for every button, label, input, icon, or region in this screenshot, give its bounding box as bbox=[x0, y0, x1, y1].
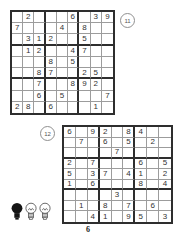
empty-cell[interactable] bbox=[68, 68, 79, 79]
given-digit-cell[interactable]: 1 bbox=[64, 180, 76, 191]
empty-cell[interactable] bbox=[102, 57, 113, 68]
puzzle-12-label: 12 bbox=[40, 126, 55, 141]
empty-cell[interactable] bbox=[76, 159, 88, 170]
given-digit-cell[interactable]: 2 bbox=[147, 138, 159, 149]
empty-cell[interactable] bbox=[23, 68, 34, 79]
empty-cell[interactable] bbox=[112, 169, 124, 180]
empty-cell[interactable] bbox=[159, 190, 171, 201]
empty-cell[interactable] bbox=[147, 190, 159, 201]
page-number: 6 bbox=[0, 225, 176, 234]
given-digit-cell[interactable]: 6 bbox=[34, 91, 45, 102]
empty-cell[interactable] bbox=[76, 127, 88, 138]
given-digit-cell[interactable]: 1 bbox=[100, 211, 112, 222]
empty-cell[interactable] bbox=[135, 201, 147, 212]
empty-cell[interactable] bbox=[102, 102, 113, 113]
empty-cell[interactable] bbox=[91, 23, 102, 34]
given-digit-cell[interactable]: 7 bbox=[112, 148, 124, 159]
given-digit-cell[interactable]: 7 bbox=[79, 46, 90, 57]
empty-cell[interactable] bbox=[91, 46, 102, 57]
empty-cell[interactable] bbox=[57, 68, 68, 79]
given-digit-cell[interactable]: 2 bbox=[34, 46, 45, 57]
given-digit-cell[interactable]: 8 bbox=[100, 201, 112, 212]
empty-cell[interactable] bbox=[34, 57, 45, 68]
empty-cell[interactable] bbox=[64, 138, 76, 149]
empty-cell[interactable] bbox=[79, 91, 90, 102]
empty-cell[interactable] bbox=[57, 34, 68, 45]
empty-cell[interactable] bbox=[46, 23, 57, 34]
difficulty-indicator bbox=[11, 202, 51, 221]
sudoku-grid-11: 26397483125124785872578926572861 bbox=[10, 10, 115, 115]
given-digit-cell[interactable]: 7 bbox=[34, 79, 45, 90]
given-digit-cell[interactable]: 2 bbox=[23, 12, 34, 23]
empty-cell[interactable] bbox=[57, 46, 68, 57]
given-digit-cell[interactable]: 7 bbox=[12, 23, 23, 34]
given-digit-cell[interactable]: 9 bbox=[79, 79, 90, 90]
empty-cell[interactable] bbox=[46, 91, 57, 102]
bulb-empty-icon bbox=[39, 202, 51, 221]
empty-cell[interactable] bbox=[112, 211, 124, 222]
empty-cell[interactable] bbox=[12, 12, 23, 23]
empty-cell[interactable] bbox=[135, 138, 147, 149]
empty-cell[interactable] bbox=[91, 57, 102, 68]
given-digit-cell[interactable]: 3 bbox=[112, 190, 124, 201]
empty-cell[interactable] bbox=[12, 34, 23, 45]
empty-cell[interactable] bbox=[123, 159, 135, 170]
given-digit-cell[interactable]: 5 bbox=[68, 57, 79, 68]
empty-cell[interactable] bbox=[46, 12, 57, 23]
empty-cell[interactable] bbox=[147, 127, 159, 138]
empty-cell[interactable] bbox=[34, 23, 45, 34]
empty-cell[interactable] bbox=[102, 23, 113, 34]
empty-cell[interactable] bbox=[76, 148, 88, 159]
empty-cell[interactable] bbox=[64, 201, 76, 212]
empty-cell[interactable] bbox=[159, 127, 171, 138]
given-digit-cell[interactable]: 6 bbox=[135, 159, 147, 170]
empty-cell[interactable] bbox=[23, 57, 34, 68]
empty-cell[interactable] bbox=[12, 79, 23, 90]
given-digit-cell[interactable]: 8 bbox=[34, 68, 45, 79]
given-digit-cell[interactable]: 8 bbox=[23, 102, 34, 113]
empty-cell[interactable] bbox=[23, 23, 34, 34]
given-digit-cell[interactable]: 5 bbox=[159, 159, 171, 170]
given-digit-cell[interactable]: 7 bbox=[46, 68, 57, 79]
puzzle-11-label: 11 bbox=[120, 13, 135, 28]
puzzle-12-label-text: 12 bbox=[44, 131, 51, 137]
given-digit-cell[interactable]: 1 bbox=[76, 201, 88, 212]
given-digit-cell[interactable]: 2 bbox=[79, 68, 90, 79]
given-digit-cell[interactable]: 7 bbox=[102, 91, 113, 102]
empty-cell[interactable] bbox=[123, 180, 135, 191]
given-digit-cell[interactable]: 3 bbox=[159, 211, 171, 222]
empty-cell[interactable] bbox=[102, 68, 113, 79]
empty-cell[interactable] bbox=[159, 201, 171, 212]
empty-cell[interactable] bbox=[112, 127, 124, 138]
given-digit-cell[interactable]: 6 bbox=[64, 127, 76, 138]
given-digit-cell[interactable]: 8 bbox=[135, 180, 147, 191]
empty-cell[interactable] bbox=[147, 211, 159, 222]
empty-cell[interactable] bbox=[159, 138, 171, 149]
empty-cell[interactable] bbox=[147, 159, 159, 170]
empty-cell[interactable] bbox=[68, 102, 79, 113]
empty-cell[interactable] bbox=[12, 91, 23, 102]
empty-cell[interactable] bbox=[112, 180, 124, 191]
empty-cell[interactable] bbox=[79, 12, 90, 23]
empty-cell[interactable] bbox=[12, 57, 23, 68]
empty-cell[interactable] bbox=[57, 79, 68, 90]
empty-cell[interactable] bbox=[100, 190, 112, 201]
given-digit-cell[interactable]: 5 bbox=[57, 91, 68, 102]
empty-cell[interactable] bbox=[102, 79, 113, 90]
given-digit-cell[interactable]: 5 bbox=[123, 138, 135, 149]
empty-cell[interactable] bbox=[123, 148, 135, 159]
empty-cell[interactable] bbox=[64, 148, 76, 159]
sudoku-grid-12: 6928476527276553741216843187641953 bbox=[62, 125, 173, 224]
puzzle-book-page: 26397483125124785872578926572861 11 6928… bbox=[0, 0, 176, 250]
given-digit-cell[interactable]: 5 bbox=[91, 68, 102, 79]
empty-cell[interactable] bbox=[34, 12, 45, 23]
empty-cell[interactable] bbox=[91, 91, 102, 102]
empty-cell[interactable] bbox=[79, 57, 90, 68]
given-digit-cell[interactable]: 2 bbox=[12, 102, 23, 113]
given-digit-cell[interactable]: 4 bbox=[123, 169, 135, 180]
bulb-filled-icon bbox=[11, 202, 23, 221]
empty-cell[interactable] bbox=[76, 180, 88, 191]
given-digit-cell[interactable]: 2 bbox=[100, 127, 112, 138]
empty-cell[interactable] bbox=[23, 91, 34, 102]
given-digit-cell[interactable]: 6 bbox=[88, 180, 100, 191]
given-digit-cell[interactable]: 2 bbox=[64, 159, 76, 170]
given-digit-cell[interactable]: 8 bbox=[68, 79, 79, 90]
given-digit-cell[interactable]: 4 bbox=[68, 46, 79, 57]
given-digit-cell[interactable]: 6 bbox=[100, 138, 112, 149]
empty-cell[interactable] bbox=[100, 180, 112, 191]
given-digit-cell[interactable]: 3 bbox=[91, 12, 102, 23]
given-digit-cell[interactable]: 2 bbox=[91, 79, 102, 90]
bulb-empty-icon bbox=[25, 202, 37, 221]
given-digit-cell[interactable]: 4 bbox=[159, 180, 171, 191]
given-digit-cell[interactable]: 7 bbox=[76, 138, 88, 149]
empty-cell[interactable] bbox=[68, 91, 79, 102]
empty-cell[interactable] bbox=[112, 201, 124, 212]
empty-cell[interactable] bbox=[112, 159, 124, 170]
empty-cell[interactable] bbox=[159, 148, 171, 159]
given-digit-cell[interactable]: 4 bbox=[88, 211, 100, 222]
empty-cell[interactable] bbox=[88, 148, 100, 159]
empty-cell[interactable] bbox=[68, 23, 79, 34]
empty-cell[interactable] bbox=[147, 180, 159, 191]
given-digit-cell[interactable]: 1 bbox=[23, 46, 34, 57]
empty-cell[interactable] bbox=[102, 34, 113, 45]
empty-cell[interactable] bbox=[34, 102, 45, 113]
given-digit-cell[interactable]: 6 bbox=[147, 201, 159, 212]
empty-cell[interactable] bbox=[88, 190, 100, 201]
empty-cell[interactable] bbox=[57, 102, 68, 113]
given-digit-cell[interactable]: 9 bbox=[123, 211, 135, 222]
given-digit-cell[interactable]: 1 bbox=[34, 34, 45, 45]
given-digit-cell[interactable]: 9 bbox=[88, 127, 100, 138]
puzzle-11-label-text: 11 bbox=[124, 18, 130, 24]
empty-cell[interactable] bbox=[79, 102, 90, 113]
given-digit-cell[interactable]: 8 bbox=[79, 23, 90, 34]
empty-cell[interactable] bbox=[88, 201, 100, 212]
given-digit-cell[interactable]: 8 bbox=[46, 57, 57, 68]
empty-cell[interactable] bbox=[88, 138, 100, 149]
empty-cell[interactable] bbox=[12, 68, 23, 79]
empty-cell[interactable] bbox=[135, 190, 147, 201]
empty-cell[interactable] bbox=[12, 46, 23, 57]
given-digit-cell[interactable]: 7 bbox=[88, 159, 100, 170]
empty-cell[interactable] bbox=[64, 190, 76, 201]
given-digit-cell[interactable]: 5 bbox=[135, 211, 147, 222]
given-digit-cell[interactable]: 5 bbox=[79, 34, 90, 45]
empty-cell[interactable] bbox=[100, 148, 112, 159]
empty-cell[interactable] bbox=[76, 190, 88, 201]
empty-cell[interactable] bbox=[76, 211, 88, 222]
empty-cell[interactable] bbox=[46, 79, 57, 90]
empty-cell[interactable] bbox=[57, 57, 68, 68]
given-digit-cell[interactable]: 8 bbox=[123, 127, 135, 138]
given-digit-cell[interactable]: 2 bbox=[46, 34, 57, 45]
empty-cell[interactable] bbox=[147, 169, 159, 180]
empty-cell[interactable] bbox=[64, 211, 76, 222]
empty-cell[interactable] bbox=[147, 148, 159, 159]
empty-cell[interactable] bbox=[68, 34, 79, 45]
given-digit-cell[interactable]: 6 bbox=[46, 102, 57, 113]
empty-cell[interactable] bbox=[91, 34, 102, 45]
given-digit-cell[interactable]: 7 bbox=[100, 169, 112, 180]
empty-cell[interactable] bbox=[46, 46, 57, 57]
given-digit-cell[interactable]: 1 bbox=[91, 102, 102, 113]
given-digit-cell[interactable]: 9 bbox=[102, 12, 113, 23]
given-digit-cell[interactable]: 6 bbox=[68, 12, 79, 23]
empty-cell[interactable] bbox=[135, 148, 147, 159]
empty-cell[interactable] bbox=[102, 46, 113, 57]
empty-cell[interactable] bbox=[123, 190, 135, 201]
empty-cell[interactable] bbox=[57, 12, 68, 23]
empty-cell[interactable] bbox=[76, 169, 88, 180]
given-digit-cell[interactable]: 3 bbox=[23, 34, 34, 45]
given-digit-cell[interactable]: 7 bbox=[123, 201, 135, 212]
given-digit-cell[interactable]: 4 bbox=[57, 23, 68, 34]
given-digit-cell[interactable]: 4 bbox=[135, 127, 147, 138]
empty-cell[interactable] bbox=[100, 159, 112, 170]
empty-cell[interactable] bbox=[23, 79, 34, 90]
